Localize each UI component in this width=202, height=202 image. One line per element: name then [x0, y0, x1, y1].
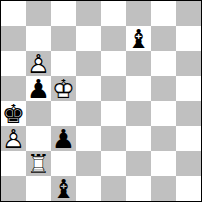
square-c4 [51, 101, 76, 126]
white-rook: ♖ [26, 151, 51, 176]
square-f7: ♝ [126, 26, 151, 51]
square-h3 [176, 126, 201, 151]
square-e6 [101, 51, 126, 76]
square-d3 [76, 126, 101, 151]
square-c2 [51, 151, 76, 176]
black-pawn: ♟ [51, 126, 76, 151]
square-f8 [126, 1, 151, 26]
white-rook-fill: ♜ [26, 151, 51, 176]
square-f6 [126, 51, 151, 76]
square-c3: ♟ [51, 126, 76, 151]
square-f1 [126, 176, 151, 201]
square-g7 [151, 26, 176, 51]
square-h2 [176, 151, 201, 176]
square-c7 [51, 26, 76, 51]
black-bishop: ♝ [51, 176, 76, 201]
square-h1 [176, 176, 201, 201]
white-pawn-fill: ♟ [1, 126, 26, 151]
square-c1: ♝ [51, 176, 76, 201]
square-h5 [176, 76, 201, 101]
square-g5 [151, 76, 176, 101]
square-a6 [1, 51, 26, 76]
square-b6: ♟♙ [26, 51, 51, 76]
square-b4 [26, 101, 51, 126]
square-e7 [101, 26, 126, 51]
square-e2 [101, 151, 126, 176]
square-e1 [101, 176, 126, 201]
white-king-fill: ♚ [51, 76, 76, 101]
black-bishop: ♝ [126, 26, 151, 51]
square-g2 [151, 151, 176, 176]
square-b5: ♟ [26, 76, 51, 101]
square-a4: ♚ [1, 101, 26, 126]
square-c6 [51, 51, 76, 76]
square-c8 [51, 1, 76, 26]
square-f2 [126, 151, 151, 176]
white-king: ♔ [51, 76, 76, 101]
square-a7 [1, 26, 26, 51]
chess-board: ♝♟♙♟♚♔♚♟♙♟♜♖♝ [0, 0, 202, 202]
square-d5 [76, 76, 101, 101]
square-f4 [126, 101, 151, 126]
square-b1 [26, 176, 51, 201]
square-d1 [76, 176, 101, 201]
square-e8 [101, 1, 126, 26]
square-g8 [151, 1, 176, 26]
white-pawn: ♙ [1, 126, 26, 151]
square-h8 [176, 1, 201, 26]
square-b7 [26, 26, 51, 51]
square-g6 [151, 51, 176, 76]
square-g4 [151, 101, 176, 126]
square-g3 [151, 126, 176, 151]
square-d6 [76, 51, 101, 76]
square-b3 [26, 126, 51, 151]
square-e3 [101, 126, 126, 151]
square-a3: ♟♙ [1, 126, 26, 151]
black-king: ♚ [1, 101, 26, 126]
black-pawn: ♟ [26, 76, 51, 101]
square-d2 [76, 151, 101, 176]
square-e5 [101, 76, 126, 101]
square-h7 [176, 26, 201, 51]
square-a5 [1, 76, 26, 101]
square-a1 [1, 176, 26, 201]
square-c5: ♚♔ [51, 76, 76, 101]
square-b8 [26, 1, 51, 26]
square-f3 [126, 126, 151, 151]
square-g1 [151, 176, 176, 201]
square-b2: ♜♖ [26, 151, 51, 176]
square-d8 [76, 1, 101, 26]
square-f5 [126, 76, 151, 101]
square-a8 [1, 1, 26, 26]
square-a2 [1, 151, 26, 176]
white-pawn-fill: ♟ [26, 51, 51, 76]
square-d7 [76, 26, 101, 51]
square-h6 [176, 51, 201, 76]
square-d4 [76, 101, 101, 126]
square-h4 [176, 101, 201, 126]
white-pawn: ♙ [26, 51, 51, 76]
square-e4 [101, 101, 126, 126]
